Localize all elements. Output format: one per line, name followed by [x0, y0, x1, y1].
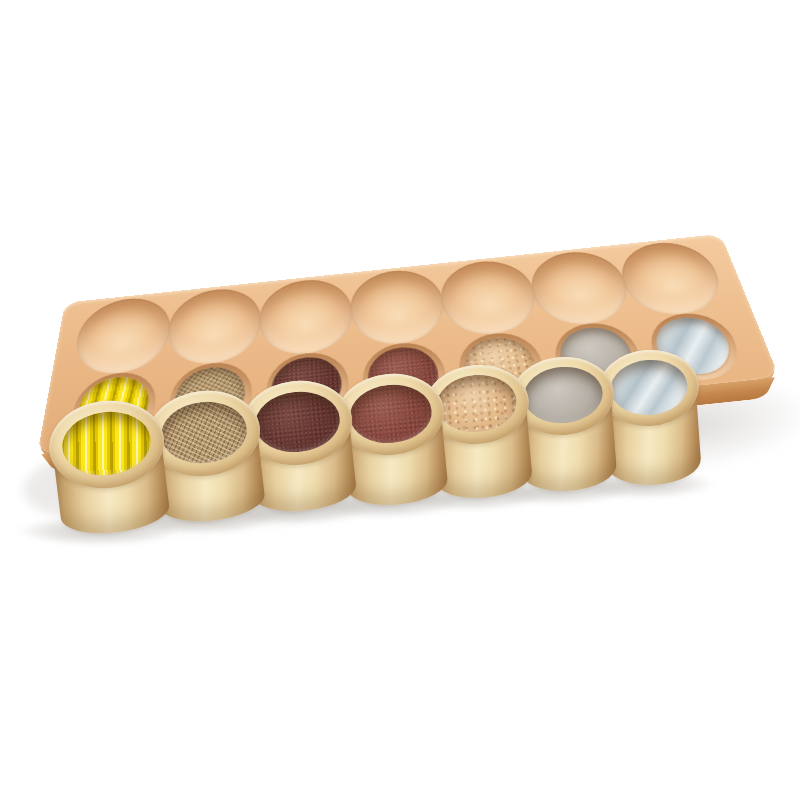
scene: [0, 0, 800, 800]
board-recess-back-5[interactable]: [436, 257, 542, 339]
board-recess-back-1[interactable]: [71, 294, 174, 378]
board-recess-back-7[interactable]: [613, 239, 731, 319]
board-recess-back-6[interactable]: [524, 248, 636, 329]
board-recess-back-3[interactable]: [259, 276, 355, 359]
board-recess-back-4[interactable]: [348, 266, 449, 348]
board-recess-back-2[interactable]: [165, 285, 262, 368]
cylinder-1-yellow-ridged[interactable]: [44, 394, 175, 546]
